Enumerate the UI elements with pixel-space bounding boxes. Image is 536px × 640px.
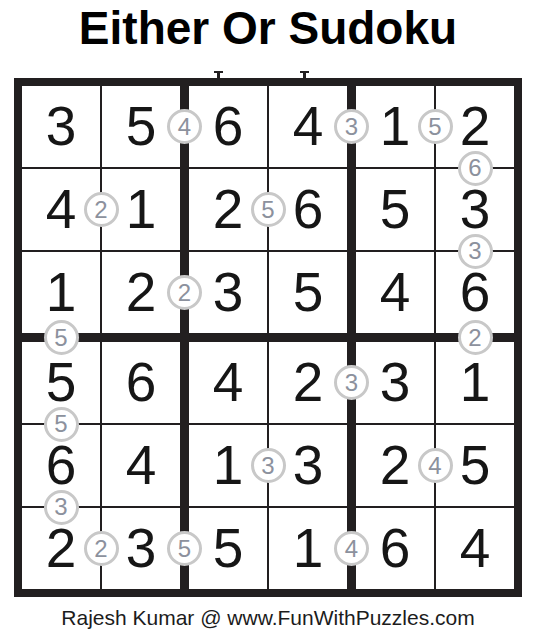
edge-circle-h-r6c4: 4 — [334, 531, 369, 566]
cell-digit: 3 — [126, 521, 157, 576]
edge-circle-v-r3c1: 5 — [44, 320, 79, 355]
cell-digit: 5 — [293, 265, 324, 320]
edge-circle-h-r1c2: 4 — [167, 109, 202, 144]
cell-r3c4[interactable]: 5 — [269, 252, 347, 333]
top-tick-mark — [214, 71, 223, 73]
edge-circle-h-r6c1: 2 — [84, 531, 119, 566]
cell-digit: 2 — [380, 438, 411, 493]
cell-digit: 5 — [213, 521, 244, 576]
cell-digit: 1 — [380, 99, 411, 154]
circle-digit: 2 — [94, 537, 107, 561]
caption: Rajesh Kumar @ www.FunWithPuzzles.com — [0, 604, 536, 632]
edge-circle-v-r2c6: 3 — [458, 234, 493, 269]
cell-digit: 4 — [213, 355, 244, 410]
cell-digit: 2 — [126, 265, 157, 320]
cell-digit: 6 — [213, 99, 244, 154]
edge-circle-v-r5c1: 3 — [44, 490, 79, 525]
cell-digit: 3 — [293, 438, 324, 493]
cell-digit: 5 — [126, 99, 157, 154]
cell-r4c2[interactable]: 6 — [102, 342, 180, 423]
cell-digit: 2 — [46, 521, 77, 576]
cell-digit: 6 — [126, 355, 157, 410]
cell-digit: 3 — [46, 99, 77, 154]
cell-digit: 2 — [460, 99, 491, 154]
circle-digit: 3 — [345, 115, 358, 139]
circle-digit: 5 — [54, 326, 67, 350]
circle-digit: 2 — [94, 198, 107, 222]
cell-r3c5[interactable]: 4 — [356, 252, 434, 333]
circle-digit: 2 — [468, 326, 481, 350]
cell-digit: 4 — [380, 265, 411, 320]
cell-digit: 2 — [213, 182, 244, 237]
page-title: Either Or Sudoku — [0, 2, 536, 54]
edge-circle-h-r2c3: 5 — [251, 192, 286, 227]
circle-digit: 4 — [178, 115, 191, 139]
circle-digit: 5 — [54, 412, 67, 436]
cell-r2c5[interactable]: 5 — [356, 169, 434, 250]
cell-digit: 6 — [46, 438, 77, 493]
cell-digit: 4 — [293, 99, 324, 154]
circle-digit: 6 — [468, 156, 481, 180]
edge-circle-h-r5c5: 4 — [418, 448, 453, 483]
cell-digit: 4 — [126, 438, 157, 493]
circle-digit: 4 — [428, 454, 441, 478]
edge-circle-h-r3c2: 2 — [167, 275, 202, 310]
circle-digit: 3 — [54, 495, 67, 519]
edge-circle-h-r5c3: 3 — [251, 448, 286, 483]
page: Either Or Sudoku 35641241265312354656423… — [0, 0, 536, 640]
cell-digit: 3 — [213, 265, 244, 320]
circle-digit: 5 — [261, 198, 274, 222]
cell-digit: 4 — [46, 182, 77, 237]
cell-digit: 1 — [46, 265, 77, 320]
cell-r1c1[interactable]: 3 — [22, 86, 100, 167]
cell-digit: 2 — [293, 355, 324, 410]
cell-digit: 5 — [460, 438, 491, 493]
cell-r5c2[interactable]: 4 — [102, 425, 180, 506]
cell-r4c3[interactable]: 4 — [189, 342, 267, 423]
cell-digit: 1 — [293, 521, 324, 576]
cell-digit: 6 — [380, 521, 411, 576]
edge-circle-v-r1c6: 6 — [458, 151, 493, 186]
edge-circle-h-r1c4: 3 — [334, 109, 369, 144]
cell-digit: 4 — [460, 521, 491, 576]
cell-r6c6[interactable]: 4 — [436, 508, 514, 589]
cell-digit: 5 — [380, 182, 411, 237]
cell-digit: 6 — [293, 182, 324, 237]
edge-circle-v-r4c1: 5 — [44, 407, 79, 442]
edge-circle-v-r3c6: 2 — [458, 320, 493, 355]
cell-digit: 1 — [126, 182, 157, 237]
edge-circle-h-r1c5: 5 — [418, 109, 453, 144]
circle-digit: 3 — [345, 371, 358, 395]
circle-digit: 3 — [468, 239, 481, 263]
edge-circle-h-r4c4: 3 — [334, 365, 369, 400]
cell-digit: 3 — [460, 182, 491, 237]
top-tick-mark — [300, 71, 309, 73]
circle-digit: 2 — [178, 281, 191, 305]
cell-digit: 1 — [460, 355, 491, 410]
circle-digit: 5 — [428, 115, 441, 139]
edge-circle-h-r6c2: 5 — [167, 531, 202, 566]
cell-digit: 3 — [380, 355, 411, 410]
cell-digit: 5 — [46, 355, 77, 410]
circle-digit: 5 — [178, 537, 191, 561]
edge-circle-h-r2c1: 2 — [84, 192, 119, 227]
circle-digit: 4 — [345, 537, 358, 561]
cell-digit: 6 — [460, 265, 491, 320]
board: 3564124126531235465642316413252351644352… — [14, 78, 522, 597]
cell-digit: 1 — [213, 438, 244, 493]
circle-digit: 3 — [261, 454, 274, 478]
